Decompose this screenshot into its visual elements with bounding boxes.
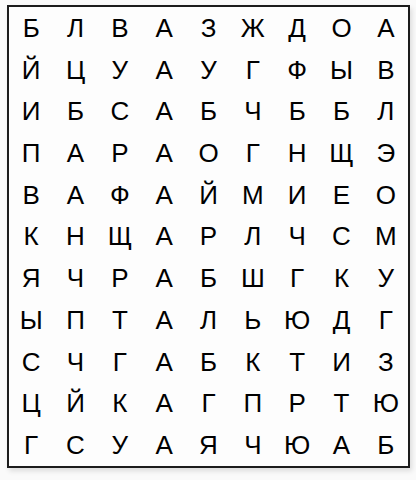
grid-cell[interactable]: У: [98, 49, 142, 91]
grid-cell[interactable]: О: [319, 7, 363, 49]
grid-cell[interactable]: Ц: [53, 49, 97, 91]
grid-cell[interactable]: Д: [275, 7, 319, 49]
grid-cell[interactable]: Й: [53, 383, 97, 425]
grid-cell[interactable]: Ц: [9, 383, 53, 425]
grid-cell[interactable]: Б: [275, 90, 319, 132]
grid-cell[interactable]: А: [142, 257, 186, 299]
grid-cell[interactable]: В: [9, 174, 53, 216]
grid-cell[interactable]: А: [319, 424, 363, 466]
grid-cell[interactable]: А: [142, 341, 186, 383]
grid-cell[interactable]: О: [186, 132, 230, 174]
grid-cell[interactable]: А: [142, 132, 186, 174]
grid-cell[interactable]: Ч: [231, 90, 275, 132]
grid-cell[interactable]: С: [98, 90, 142, 132]
grid-cell[interactable]: З: [364, 341, 408, 383]
grid-cell[interactable]: Ж: [231, 7, 275, 49]
grid-cell[interactable]: У: [98, 424, 142, 466]
word-search-board: БЛВАЗЖДОАЙЦУАУГФЫВИБСАБЧББЛПАРАОГНЩЭВАФА…: [7, 5, 410, 468]
grid-cell[interactable]: А: [364, 7, 408, 49]
grid-cell[interactable]: Ч: [275, 216, 319, 258]
grid-cell[interactable]: В: [98, 7, 142, 49]
grid-cell[interactable]: Н: [53, 216, 97, 258]
grid-cell[interactable]: О: [364, 174, 408, 216]
grid-cell[interactable]: Г: [98, 341, 142, 383]
grid-cell[interactable]: Ф: [275, 49, 319, 91]
grid-cell[interactable]: А: [142, 7, 186, 49]
grid-cell[interactable]: К: [231, 341, 275, 383]
grid-cell[interactable]: А: [142, 49, 186, 91]
grid-cell[interactable]: Ю: [275, 424, 319, 466]
grid-cell[interactable]: Б: [186, 90, 230, 132]
grid-cell[interactable]: Щ: [319, 132, 363, 174]
grid-cell[interactable]: Е: [319, 174, 363, 216]
grid-cell[interactable]: Б: [9, 7, 53, 49]
grid-cell[interactable]: Т: [319, 383, 363, 425]
grid-cell[interactable]: У: [186, 49, 230, 91]
grid-cell[interactable]: Г: [364, 299, 408, 341]
grid-cell[interactable]: А: [142, 299, 186, 341]
grid-cell[interactable]: М: [231, 174, 275, 216]
grid-cell[interactable]: Б: [186, 341, 230, 383]
grid-cell[interactable]: И: [319, 341, 363, 383]
grid-cell[interactable]: А: [142, 174, 186, 216]
grid-cell[interactable]: Э: [364, 132, 408, 174]
grid-cell[interactable]: Л: [186, 299, 230, 341]
grid-cell[interactable]: Р: [186, 216, 230, 258]
grid-cell[interactable]: П: [53, 299, 97, 341]
grid-cell[interactable]: Г: [275, 257, 319, 299]
grid-cell[interactable]: А: [142, 424, 186, 466]
grid-cell[interactable]: Т: [275, 341, 319, 383]
grid-cell[interactable]: Д: [319, 299, 363, 341]
grid-cell[interactable]: Я: [9, 257, 53, 299]
grid-cell[interactable]: Ы: [319, 49, 363, 91]
grid-cell[interactable]: Б: [364, 424, 408, 466]
grid-cell[interactable]: К: [9, 216, 53, 258]
grid-cell[interactable]: И: [275, 174, 319, 216]
grid-cell[interactable]: Ч: [53, 341, 97, 383]
grid-cell[interactable]: Ч: [53, 257, 97, 299]
grid-cell[interactable]: Ч: [231, 424, 275, 466]
grid-cell[interactable]: Р: [98, 132, 142, 174]
grid-cell[interactable]: К: [319, 257, 363, 299]
grid-cell[interactable]: Т: [98, 299, 142, 341]
puzzle-page: БЛВАЗЖДОАЙЦУАУГФЫВИБСАБЧББЛПАРАОГНЩЭВАФА…: [0, 0, 416, 480]
grid-cell[interactable]: Й: [9, 49, 53, 91]
grid-cell[interactable]: Ю: [275, 299, 319, 341]
grid-cell[interactable]: У: [364, 257, 408, 299]
grid-cell[interactable]: Г: [231, 132, 275, 174]
grid-cell[interactable]: А: [142, 383, 186, 425]
grid-cell[interactable]: Ш: [231, 257, 275, 299]
grid-cell[interactable]: Б: [319, 90, 363, 132]
grid-cell[interactable]: Н: [275, 132, 319, 174]
grid-cell[interactable]: Г: [186, 383, 230, 425]
grid-cell[interactable]: М: [364, 216, 408, 258]
grid-cell[interactable]: Й: [186, 174, 230, 216]
grid-cell[interactable]: В: [364, 49, 408, 91]
grid-cell[interactable]: Л: [364, 90, 408, 132]
grid-cell[interactable]: Ф: [98, 174, 142, 216]
grid-cell[interactable]: А: [142, 216, 186, 258]
grid-cell[interactable]: Г: [231, 49, 275, 91]
grid-cell[interactable]: Л: [231, 216, 275, 258]
grid-cell[interactable]: Р: [98, 257, 142, 299]
grid-cell[interactable]: Р: [275, 383, 319, 425]
grid-cell[interactable]: Б: [53, 90, 97, 132]
grid-cell[interactable]: Л: [53, 7, 97, 49]
grid-cell[interactable]: С: [319, 216, 363, 258]
grid-cell[interactable]: С: [9, 341, 53, 383]
grid-cell[interactable]: А: [142, 90, 186, 132]
grid-cell[interactable]: З: [186, 7, 230, 49]
grid-cell[interactable]: Ы: [9, 299, 53, 341]
grid-cell[interactable]: А: [53, 174, 97, 216]
grid-cell[interactable]: Щ: [98, 216, 142, 258]
grid-cell[interactable]: П: [231, 383, 275, 425]
grid-cell[interactable]: К: [98, 383, 142, 425]
grid-cell[interactable]: Ь: [231, 299, 275, 341]
grid-cell[interactable]: Б: [186, 257, 230, 299]
grid-cell[interactable]: С: [53, 424, 97, 466]
grid-cell[interactable]: Ю: [364, 383, 408, 425]
grid-cell[interactable]: Г: [9, 424, 53, 466]
grid-cell[interactable]: П: [9, 132, 53, 174]
grid-cell[interactable]: Я: [186, 424, 230, 466]
grid-cell[interactable]: И: [9, 90, 53, 132]
grid-cell[interactable]: А: [53, 132, 97, 174]
